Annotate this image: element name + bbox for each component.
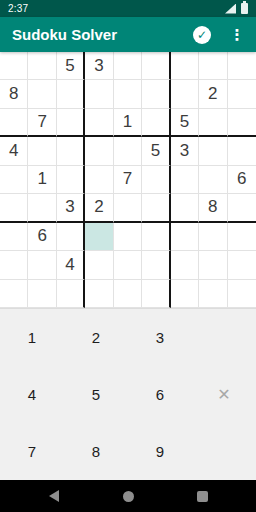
sudoku-cell[interactable] [114, 194, 142, 222]
key-6[interactable]: 6 [128, 366, 192, 423]
sudoku-cell[interactable] [199, 137, 227, 165]
app-bar: Sudoku Solver ✓ ⋮ [0, 17, 256, 52]
sudoku-cell[interactable] [228, 223, 256, 251]
sudoku-cell[interactable] [228, 194, 256, 222]
key-4[interactable]: 4 [0, 366, 64, 423]
sudoku-cell[interactable]: 6 [228, 166, 256, 194]
sudoku-cell[interactable] [28, 52, 56, 80]
sudoku-cell[interactable] [85, 251, 113, 279]
sudoku-cell[interactable] [114, 280, 142, 308]
keypad-spacer [192, 309, 256, 366]
sudoku-cell[interactable] [171, 166, 199, 194]
recents-icon [197, 491, 208, 502]
sudoku-cell[interactable] [142, 194, 170, 222]
sudoku-cell[interactable] [114, 52, 142, 80]
sudoku-cell[interactable] [85, 137, 113, 165]
recents-button[interactable] [196, 490, 209, 503]
sudoku-cell[interactable]: 5 [142, 137, 170, 165]
sudoku-cell[interactable] [199, 223, 227, 251]
sudoku-cell[interactable]: 3 [57, 194, 85, 222]
sudoku-cell[interactable]: 5 [57, 52, 85, 80]
sudoku-cell[interactable] [142, 251, 170, 279]
sudoku-cell[interactable] [0, 166, 28, 194]
sudoku-cell[interactable]: 3 [171, 137, 199, 165]
sudoku-cell[interactable]: 1 [28, 166, 56, 194]
sudoku-cell[interactable] [114, 137, 142, 165]
sudoku-cell[interactable]: 8 [199, 194, 227, 222]
sudoku-cell[interactable] [114, 251, 142, 279]
sudoku-cell[interactable] [228, 280, 256, 308]
sudoku-cell[interactable] [28, 137, 56, 165]
number-keypad: 123456✕789 [0, 308, 256, 480]
sudoku-cell[interactable] [85, 166, 113, 194]
sudoku-cell[interactable] [57, 109, 85, 137]
sudoku-cell[interactable] [28, 194, 56, 222]
key-3[interactable]: 3 [128, 309, 192, 366]
battery-icon [241, 3, 248, 14]
keypad-spacer [192, 423, 256, 480]
sudoku-cell[interactable] [199, 109, 227, 137]
sudoku-cell[interactable]: 7 [114, 166, 142, 194]
sudoku-cell[interactable] [199, 166, 227, 194]
sudoku-cell[interactable] [171, 194, 199, 222]
sudoku-cell[interactable] [114, 80, 142, 108]
sudoku-cell[interactable] [171, 52, 199, 80]
sudoku-cell[interactable] [0, 223, 28, 251]
sudoku-cell[interactable]: 4 [0, 137, 28, 165]
sudoku-cell[interactable]: 8 [0, 80, 28, 108]
sudoku-cell[interactable]: 4 [57, 251, 85, 279]
sudoku-cell[interactable] [57, 166, 85, 194]
sudoku-cell[interactable] [228, 251, 256, 279]
overflow-menu-button[interactable]: ⋮ [228, 26, 246, 44]
sudoku-cell[interactable] [199, 251, 227, 279]
sudoku-cell[interactable]: 3 [85, 52, 113, 80]
home-icon [123, 491, 134, 502]
sudoku-cell[interactable] [142, 280, 170, 308]
sudoku-cell[interactable] [0, 194, 28, 222]
sudoku-cell[interactable] [142, 52, 170, 80]
sudoku-cell[interactable] [57, 80, 85, 108]
solve-check-button[interactable]: ✓ [193, 26, 211, 44]
sudoku-cell[interactable] [199, 52, 227, 80]
sudoku-cell[interactable] [142, 166, 170, 194]
page-title: Sudoku Solver [12, 26, 193, 43]
sudoku-cell[interactable] [142, 109, 170, 137]
sudoku-cell[interactable] [0, 109, 28, 137]
sudoku-cell[interactable] [142, 80, 170, 108]
key-9[interactable]: 9 [128, 423, 192, 480]
sudoku-cell[interactable] [171, 280, 199, 308]
key-1[interactable]: 1 [0, 309, 64, 366]
sudoku-cell[interactable] [85, 223, 113, 251]
sudoku-cell[interactable] [57, 223, 85, 251]
clock-text: 2:37 [8, 3, 28, 14]
sudoku-cell[interactable]: 6 [28, 223, 56, 251]
key-clear[interactable]: ✕ [192, 366, 256, 423]
sudoku-cell[interactable] [0, 52, 28, 80]
nav-bar [0, 480, 256, 512]
sudoku-cell[interactable] [0, 280, 28, 308]
sudoku-cell[interactable] [171, 251, 199, 279]
sudoku-cell[interactable] [199, 280, 227, 308]
key-2[interactable]: 2 [64, 309, 128, 366]
sudoku-cell[interactable] [171, 80, 199, 108]
home-button[interactable] [122, 490, 135, 503]
key-7[interactable]: 7 [0, 423, 64, 480]
signal-icon [225, 4, 236, 14]
key-8[interactable]: 8 [64, 423, 128, 480]
sudoku-cell[interactable]: 5 [171, 109, 199, 137]
sudoku-cell[interactable] [142, 223, 170, 251]
sudoku-cell[interactable] [228, 52, 256, 80]
sudoku-cell[interactable] [228, 80, 256, 108]
sudoku-cell[interactable] [28, 80, 56, 108]
sudoku-cell[interactable]: 2 [199, 80, 227, 108]
sudoku-cell[interactable] [114, 223, 142, 251]
sudoku-cell[interactable] [228, 109, 256, 137]
sudoku-cell[interactable] [28, 251, 56, 279]
sudoku-cell[interactable] [85, 80, 113, 108]
sudoku-cell[interactable] [228, 137, 256, 165]
sudoku-board: 538271545317632864 [0, 52, 256, 308]
sudoku-cell[interactable] [85, 280, 113, 308]
sudoku-cell[interactable] [28, 280, 56, 308]
status-bar: 2:37 [0, 0, 256, 17]
sudoku-cell[interactable]: 2 [85, 194, 113, 222]
back-button[interactable] [48, 490, 61, 503]
sudoku-cell[interactable]: 1 [114, 109, 142, 137]
check-icon: ✓ [197, 29, 207, 41]
sudoku-cell[interactable]: 7 [28, 109, 56, 137]
sudoku-cell[interactable] [85, 109, 113, 137]
sudoku-cell[interactable] [171, 223, 199, 251]
sudoku-cell[interactable] [0, 251, 28, 279]
back-icon [49, 490, 59, 502]
sudoku-cell[interactable] [57, 137, 85, 165]
sudoku-cell[interactable] [57, 280, 85, 308]
overflow-icon: ⋮ [230, 26, 245, 44]
key-5[interactable]: 5 [64, 366, 128, 423]
